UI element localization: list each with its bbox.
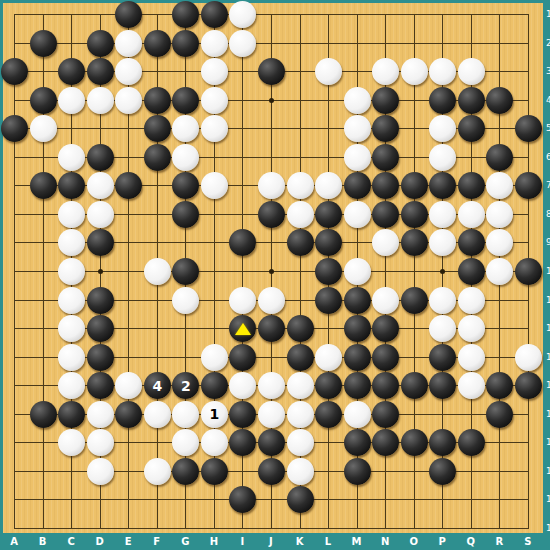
triangle-marker-icon xyxy=(235,323,251,335)
black-stone xyxy=(144,30,171,57)
white-stone xyxy=(58,258,85,285)
black-stone xyxy=(372,201,399,228)
black-stone xyxy=(401,172,428,199)
go-board[interactable]: 421 xyxy=(3,3,543,533)
row-label-7: 7 xyxy=(546,180,550,190)
black-stone xyxy=(287,344,314,371)
white-stone xyxy=(201,115,228,142)
black-stone xyxy=(172,30,199,57)
column-label-O: O xyxy=(409,536,418,547)
white-stone xyxy=(258,287,285,314)
star-point xyxy=(440,269,445,274)
white-stone xyxy=(429,115,456,142)
white-stone xyxy=(287,172,314,199)
black-stone xyxy=(515,372,542,399)
row-label-15: 15 xyxy=(546,409,550,419)
black-stone xyxy=(115,1,142,28)
star-point xyxy=(269,269,274,274)
black-stone xyxy=(115,172,142,199)
row-label-13: 13 xyxy=(546,352,550,362)
go-app-window: 421 ABCDEFGHIJKLMNOPQRS12345678910111213… xyxy=(0,0,550,550)
black-stone xyxy=(144,87,171,114)
black-stone xyxy=(372,87,399,114)
white-stone xyxy=(115,58,142,85)
black-stone xyxy=(172,201,199,228)
white-stone xyxy=(429,58,456,85)
black-stone xyxy=(144,115,171,142)
white-stone xyxy=(458,58,485,85)
white-stone xyxy=(58,144,85,171)
black-stone xyxy=(1,115,28,142)
black-stone xyxy=(258,315,285,342)
white-stone xyxy=(87,87,114,114)
white-stone xyxy=(172,401,199,428)
row-label-16: 16 xyxy=(546,437,550,447)
row-label-17: 17 xyxy=(546,466,550,476)
black-stone xyxy=(372,115,399,142)
row-label-6: 6 xyxy=(546,152,550,162)
white-stone xyxy=(201,30,228,57)
black-stone xyxy=(30,30,57,57)
black-stone xyxy=(344,429,371,456)
white-stone xyxy=(486,229,513,256)
column-label-R: R xyxy=(495,536,503,547)
white-stone xyxy=(144,258,171,285)
white-stone xyxy=(144,401,171,428)
black-stone xyxy=(486,144,513,171)
column-label-C: C xyxy=(67,536,74,547)
black-stone xyxy=(515,172,542,199)
black-stone xyxy=(87,144,114,171)
black-stone xyxy=(229,315,256,342)
black-stone xyxy=(229,229,256,256)
black-stone xyxy=(258,201,285,228)
row-label-18: 18 xyxy=(546,494,550,504)
column-label-A: A xyxy=(10,536,18,547)
black-stone xyxy=(172,87,199,114)
white-stone xyxy=(458,315,485,342)
black-stone xyxy=(429,87,456,114)
row-label-8: 8 xyxy=(546,209,550,219)
white-stone xyxy=(201,58,228,85)
white-stone xyxy=(87,429,114,456)
black-stone xyxy=(30,87,57,114)
white-stone xyxy=(287,201,314,228)
white-stone xyxy=(372,287,399,314)
row-label-12: 12 xyxy=(546,323,550,333)
column-label-S: S xyxy=(524,536,531,547)
black-stone xyxy=(401,229,428,256)
column-label-N: N xyxy=(381,536,389,547)
black-stone xyxy=(201,372,228,399)
white-stone xyxy=(30,115,57,142)
white-stone xyxy=(58,344,85,371)
black-stone xyxy=(429,344,456,371)
white-stone xyxy=(172,287,199,314)
black-stone xyxy=(315,201,342,228)
black-stone xyxy=(486,87,513,114)
black-stone xyxy=(429,172,456,199)
white-stone xyxy=(87,201,114,228)
black-stone xyxy=(258,429,285,456)
black-stone xyxy=(372,315,399,342)
white-stone xyxy=(172,115,199,142)
black-stone xyxy=(401,287,428,314)
column-label-P: P xyxy=(439,536,446,547)
black-stone xyxy=(458,258,485,285)
black-stone xyxy=(30,401,57,428)
black-stone xyxy=(401,201,428,228)
white-stone xyxy=(486,258,513,285)
white-stone xyxy=(258,401,285,428)
white-stone xyxy=(58,429,85,456)
column-label-M: M xyxy=(352,536,362,547)
white-stone xyxy=(315,58,342,85)
black-stone xyxy=(87,372,114,399)
black-stone xyxy=(258,58,285,85)
black-stone xyxy=(229,401,256,428)
column-label-I: I xyxy=(241,536,245,547)
white-stone xyxy=(458,201,485,228)
black-stone xyxy=(429,372,456,399)
white-stone xyxy=(486,172,513,199)
black-stone xyxy=(458,172,485,199)
column-label-H: H xyxy=(210,536,218,547)
column-label-B: B xyxy=(39,536,47,547)
black-stone xyxy=(344,344,371,371)
white-stone xyxy=(287,429,314,456)
white-stone xyxy=(201,87,228,114)
white-stone xyxy=(172,144,199,171)
row-label-4: 4 xyxy=(546,95,550,105)
black-stone xyxy=(315,401,342,428)
column-label-Q: Q xyxy=(467,536,476,547)
black-stone xyxy=(172,1,199,28)
white-stone xyxy=(287,458,314,485)
black-stone xyxy=(229,344,256,371)
black-stone xyxy=(115,401,142,428)
black-stone xyxy=(458,429,485,456)
black-stone-move-2: 2 xyxy=(172,372,199,399)
white-stone xyxy=(458,344,485,371)
row-label-19: 19 xyxy=(546,523,550,533)
black-stone xyxy=(229,429,256,456)
black-stone xyxy=(458,229,485,256)
black-stone xyxy=(344,315,371,342)
white-stone xyxy=(201,172,228,199)
column-label-F: F xyxy=(153,536,160,547)
row-label-5: 5 xyxy=(546,123,550,133)
black-stone xyxy=(344,172,371,199)
white-stone xyxy=(344,87,371,114)
white-stone xyxy=(429,287,456,314)
white-stone xyxy=(87,458,114,485)
row-label-11: 11 xyxy=(546,295,550,305)
white-stone xyxy=(401,58,428,85)
white-stone xyxy=(429,315,456,342)
black-stone xyxy=(372,172,399,199)
white-stone xyxy=(144,458,171,485)
white-stone xyxy=(115,87,142,114)
white-stone xyxy=(287,401,314,428)
white-stone xyxy=(515,344,542,371)
white-stone xyxy=(201,429,228,456)
white-stone xyxy=(258,172,285,199)
row-label-2: 2 xyxy=(546,38,550,48)
black-stone-move-4: 4 xyxy=(144,372,171,399)
white-stone xyxy=(58,287,85,314)
black-stone xyxy=(344,287,371,314)
column-label-E: E xyxy=(125,536,132,547)
black-stone xyxy=(429,458,456,485)
row-label-1: 1 xyxy=(546,9,550,19)
white-stone xyxy=(372,58,399,85)
white-stone xyxy=(172,429,199,456)
black-stone xyxy=(372,372,399,399)
black-stone xyxy=(344,372,371,399)
black-stone xyxy=(172,258,199,285)
white-stone-move-1: 1 xyxy=(201,401,228,428)
black-stone xyxy=(287,315,314,342)
white-stone xyxy=(344,258,371,285)
row-label-14: 14 xyxy=(546,380,550,390)
black-stone xyxy=(315,229,342,256)
black-stone xyxy=(315,372,342,399)
white-stone xyxy=(115,372,142,399)
black-stone xyxy=(315,258,342,285)
black-stone xyxy=(372,429,399,456)
white-stone xyxy=(372,229,399,256)
black-stone xyxy=(515,258,542,285)
black-stone xyxy=(87,229,114,256)
white-stone xyxy=(344,401,371,428)
column-label-D: D xyxy=(95,536,103,547)
black-stone xyxy=(458,87,485,114)
black-stone xyxy=(201,1,228,28)
black-stone xyxy=(144,144,171,171)
star-point xyxy=(269,98,274,103)
white-stone xyxy=(229,1,256,28)
star-point xyxy=(98,269,103,274)
white-stone xyxy=(315,172,342,199)
row-label-10: 10 xyxy=(546,266,550,276)
row-label-9: 9 xyxy=(546,237,550,247)
black-stone xyxy=(58,172,85,199)
white-stone xyxy=(87,401,114,428)
black-stone xyxy=(201,458,228,485)
black-stone xyxy=(429,429,456,456)
white-stone xyxy=(58,87,85,114)
black-stone xyxy=(172,172,199,199)
white-stone xyxy=(58,229,85,256)
black-stone xyxy=(172,458,199,485)
black-stone xyxy=(58,401,85,428)
black-stone xyxy=(315,287,342,314)
white-stone xyxy=(115,30,142,57)
black-stone xyxy=(87,315,114,342)
black-stone xyxy=(344,458,371,485)
black-stone xyxy=(372,144,399,171)
white-stone xyxy=(87,172,114,199)
white-stone xyxy=(58,315,85,342)
black-stone xyxy=(287,486,314,513)
black-stone xyxy=(486,372,513,399)
black-stone xyxy=(30,172,57,199)
black-stone xyxy=(372,344,399,371)
column-label-G: G xyxy=(181,536,189,547)
white-stone xyxy=(429,144,456,171)
black-stone xyxy=(486,401,513,428)
black-stone xyxy=(458,115,485,142)
column-label-L: L xyxy=(325,536,331,547)
black-stone xyxy=(87,287,114,314)
row-label-3: 3 xyxy=(546,66,550,76)
white-stone xyxy=(344,201,371,228)
black-stone xyxy=(401,372,428,399)
white-stone xyxy=(429,201,456,228)
white-stone xyxy=(429,229,456,256)
black-stone xyxy=(372,401,399,428)
grid-line-horizontal xyxy=(14,528,529,529)
column-label-J: J xyxy=(269,536,273,547)
white-stone xyxy=(58,372,85,399)
black-stone xyxy=(87,58,114,85)
black-stone xyxy=(58,58,85,85)
column-label-K: K xyxy=(296,536,304,547)
black-stone xyxy=(1,58,28,85)
black-stone xyxy=(515,115,542,142)
black-stone xyxy=(229,486,256,513)
white-stone xyxy=(344,144,371,171)
white-stone xyxy=(258,372,285,399)
white-stone xyxy=(458,372,485,399)
white-stone xyxy=(229,372,256,399)
white-stone xyxy=(344,115,371,142)
black-stone xyxy=(87,344,114,371)
white-stone xyxy=(287,372,314,399)
white-stone xyxy=(315,344,342,371)
white-stone xyxy=(229,287,256,314)
black-stone xyxy=(401,429,428,456)
white-stone xyxy=(458,287,485,314)
white-stone xyxy=(229,30,256,57)
black-stone xyxy=(258,458,285,485)
black-stone xyxy=(287,229,314,256)
grid-line-horizontal xyxy=(14,499,529,500)
white-stone xyxy=(58,201,85,228)
white-stone xyxy=(201,344,228,371)
black-stone xyxy=(87,30,114,57)
white-stone xyxy=(486,201,513,228)
